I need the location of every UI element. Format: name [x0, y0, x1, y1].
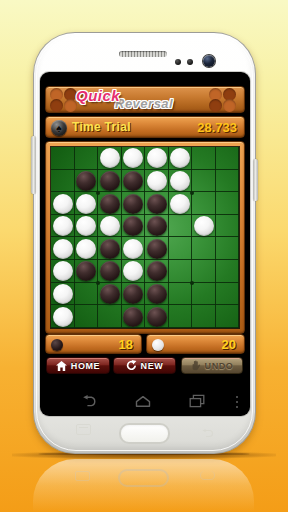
cell-f6[interactable] [169, 260, 193, 283]
cell-c2[interactable] [98, 170, 122, 193]
cell-d5[interactable] [122, 238, 146, 261]
black-disc [147, 284, 167, 304]
cell-a3[interactable] [51, 192, 75, 215]
black-disc [100, 171, 120, 191]
new-button[interactable]: NEW [113, 357, 176, 374]
cell-b7[interactable] [75, 283, 99, 306]
cell-c6[interactable] [98, 260, 122, 283]
cell-c3[interactable] [98, 192, 122, 215]
white-disc-icon [152, 339, 164, 351]
black-score-panel: 18 [45, 334, 142, 354]
cell-f8[interactable] [169, 305, 193, 328]
black-score-value: 18 [119, 337, 133, 352]
cell-a4[interactable] [51, 215, 75, 238]
cell-h2[interactable] [216, 170, 240, 193]
cell-e5[interactable] [145, 238, 169, 261]
cell-d4[interactable] [122, 215, 146, 238]
white-score-value: 20 [222, 337, 236, 352]
cell-b1[interactable] [75, 147, 99, 170]
cell-e8[interactable] [145, 305, 169, 328]
proximity-sensor [175, 59, 181, 65]
cell-d8[interactable] [122, 305, 146, 328]
spade-icon: ♠ [51, 120, 67, 136]
cell-f2[interactable] [169, 170, 193, 193]
undo-button[interactable]: UNDO [181, 357, 243, 374]
cell-c7[interactable] [98, 283, 122, 306]
cell-g5[interactable] [192, 238, 216, 261]
reversi-board [51, 147, 239, 328]
volume-button[interactable] [31, 136, 36, 194]
nav-recents-icon[interactable] [189, 394, 205, 408]
logo-deco-circles-right [209, 88, 240, 113]
black-disc [123, 171, 143, 191]
white-score-panel: 20 [146, 334, 245, 354]
cell-h7[interactable] [216, 283, 240, 306]
cell-h8[interactable] [216, 305, 240, 328]
white-disc [53, 239, 73, 259]
white-disc [100, 148, 120, 168]
cell-g2[interactable] [192, 170, 216, 193]
white-disc [76, 216, 96, 236]
cell-g3[interactable] [192, 192, 216, 215]
cell-a6[interactable] [51, 260, 75, 283]
cell-h1[interactable] [216, 147, 240, 170]
app-title-reversal: Reversal [115, 96, 173, 111]
cell-b3[interactable] [75, 192, 99, 215]
hand-icon [191, 360, 201, 371]
app-logo-bar: Quick Reversal [45, 86, 245, 113]
cell-a7[interactable] [51, 283, 75, 306]
cell-e4[interactable] [145, 215, 169, 238]
cell-g7[interactable] [192, 283, 216, 306]
cell-c4[interactable] [98, 215, 122, 238]
cell-e6[interactable] [145, 260, 169, 283]
white-disc [123, 261, 143, 281]
black-disc [147, 239, 167, 259]
black-disc [100, 261, 120, 281]
cell-d3[interactable] [122, 192, 146, 215]
white-disc [76, 239, 96, 259]
black-disc [123, 216, 143, 236]
reflected-back-key [200, 471, 215, 480]
cell-h3[interactable] [216, 192, 240, 215]
cell-c5[interactable] [98, 238, 122, 261]
white-disc [76, 194, 96, 214]
white-disc [170, 171, 190, 191]
black-disc [100, 194, 120, 214]
cell-f4[interactable] [169, 215, 193, 238]
cell-f1[interactable] [169, 147, 193, 170]
cell-e7[interactable] [145, 283, 169, 306]
black-disc [147, 261, 167, 281]
earpiece-speaker [119, 51, 167, 57]
reflected-menu-key [75, 471, 90, 481]
cell-b5[interactable] [75, 238, 99, 261]
black-disc [100, 284, 120, 304]
light-sensor [187, 59, 193, 65]
cell-d1[interactable] [122, 147, 146, 170]
phone-reflection [33, 459, 254, 512]
white-disc [123, 239, 143, 259]
wallpaper-background: Quick Reversal ♠ Time Trial 28.733 [0, 0, 288, 512]
back-capacitive-key[interactable] [201, 424, 214, 442]
white-disc [170, 194, 190, 214]
cell-a2[interactable] [51, 170, 75, 193]
cell-f7[interactable] [169, 283, 193, 306]
board-frame [45, 141, 245, 334]
phone-screen: Quick Reversal ♠ Time Trial 28.733 [40, 72, 250, 416]
white-disc [100, 216, 120, 236]
black-disc [147, 307, 167, 327]
black-disc [123, 194, 143, 214]
cell-b2[interactable] [75, 170, 99, 193]
white-disc [53, 261, 73, 281]
black-disc [147, 216, 167, 236]
physical-home-button[interactable] [119, 423, 170, 444]
mode-label: Time Trial [72, 120, 131, 134]
cell-d6[interactable] [122, 260, 146, 283]
white-disc [53, 307, 73, 327]
refresh-icon [126, 360, 137, 371]
front-camera [203, 55, 215, 67]
white-disc [147, 171, 167, 191]
timer-value: 28.733 [197, 120, 237, 135]
black-disc [76, 171, 96, 191]
cell-a5[interactable] [51, 238, 75, 261]
mode-bar: ♠ Time Trial 28.733 [45, 116, 245, 138]
cell-g8[interactable] [192, 305, 216, 328]
phone-body: Quick Reversal ♠ Time Trial 28.733 [33, 32, 256, 454]
menu-capacitive-key[interactable] [76, 424, 91, 435]
cell-b8[interactable] [75, 305, 99, 328]
cell-e3[interactable] [145, 192, 169, 215]
black-disc [147, 194, 167, 214]
nav-back-icon[interactable] [81, 394, 97, 408]
white-disc [123, 148, 143, 168]
cell-a1[interactable] [51, 147, 75, 170]
nav-menu-icon[interactable] [235, 396, 239, 408]
cell-d7[interactable] [122, 283, 146, 306]
cell-g1[interactable] [192, 147, 216, 170]
white-disc [53, 216, 73, 236]
black-disc-icon [51, 339, 63, 351]
cell-a8[interactable] [51, 305, 75, 328]
cell-g6[interactable] [192, 260, 216, 283]
black-disc [100, 239, 120, 259]
cell-d2[interactable] [122, 170, 146, 193]
cell-b4[interactable] [75, 215, 99, 238]
black-disc [76, 261, 96, 281]
house-icon [56, 361, 67, 371]
home-button[interactable]: HOME [46, 357, 110, 374]
reflected-home-button [118, 469, 169, 487]
cell-c8[interactable] [98, 305, 122, 328]
cell-f3[interactable] [169, 192, 193, 215]
app-title-quick: Quick [76, 87, 120, 104]
cell-h6[interactable] [216, 260, 240, 283]
cell-b6[interactable] [75, 260, 99, 283]
cell-h5[interactable] [216, 238, 240, 261]
white-disc [53, 194, 73, 214]
black-disc [123, 307, 143, 327]
cell-f5[interactable] [169, 238, 193, 261]
white-disc [147, 148, 167, 168]
cell-e2[interactable] [145, 170, 169, 193]
nav-home-icon[interactable] [135, 394, 151, 408]
cell-g4[interactable] [192, 215, 216, 238]
cell-e1[interactable] [145, 147, 169, 170]
power-button[interactable] [253, 159, 258, 201]
white-disc [53, 284, 73, 304]
white-disc [170, 148, 190, 168]
white-disc [194, 216, 214, 236]
black-disc [123, 284, 143, 304]
cell-c1[interactable] [98, 147, 122, 170]
cell-h4[interactable] [216, 215, 240, 238]
